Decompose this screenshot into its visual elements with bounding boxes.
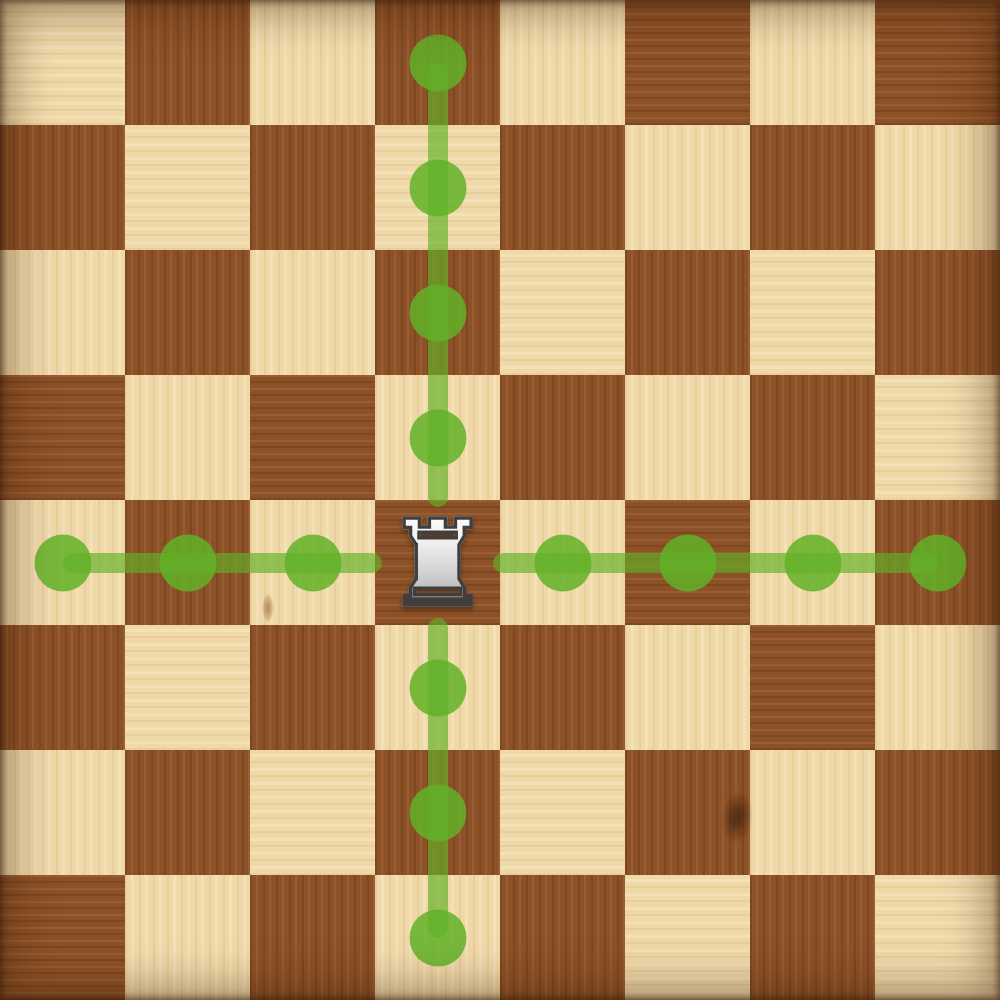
chess-board: ♜ (0, 0, 1000, 1000)
white-rook[interactable]: ♜ (375, 500, 500, 625)
pieces-layer: ♜ (0, 0, 1000, 1000)
white-rook-glyph: ♜ (384, 505, 491, 624)
